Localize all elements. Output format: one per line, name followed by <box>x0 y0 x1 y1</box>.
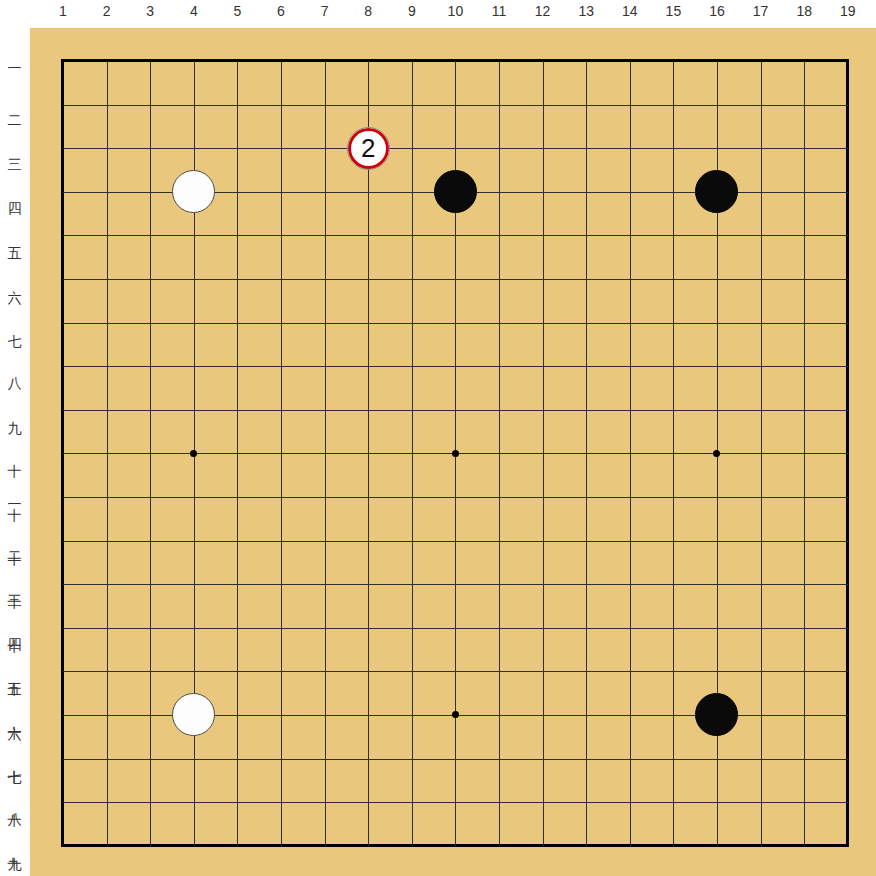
intersection-5-1[interactable] <box>216 39 260 83</box>
intersection-2-8[interactable] <box>85 344 129 388</box>
intersection-7-8[interactable] <box>303 344 347 388</box>
intersection-13-11[interactable] <box>564 475 608 519</box>
intersection-10-19[interactable] <box>434 824 478 868</box>
intersection-15-12[interactable] <box>652 519 696 563</box>
intersection-8-9[interactable] <box>346 388 390 432</box>
intersection-12-10[interactable] <box>521 432 565 476</box>
intersection-10-11[interactable] <box>434 475 478 519</box>
intersection-15-3[interactable] <box>652 126 696 170</box>
intersection-5-4[interactable] <box>216 170 260 214</box>
intersection-7-6[interactable] <box>303 257 347 301</box>
intersection-4-3[interactable] <box>172 126 216 170</box>
intersection-11-4[interactable] <box>477 170 521 214</box>
intersection-17-5[interactable] <box>739 214 783 258</box>
intersection-11-6[interactable] <box>477 257 521 301</box>
intersection-15-14[interactable] <box>652 606 696 650</box>
intersection-16-19[interactable] <box>695 824 739 868</box>
intersection-1-18[interactable] <box>41 780 85 824</box>
intersection-8-15[interactable] <box>346 650 390 694</box>
intersection-16-15[interactable] <box>695 650 739 694</box>
intersection-14-8[interactable] <box>608 344 652 388</box>
intersection-10-10[interactable] <box>434 432 478 476</box>
intersection-7-18[interactable] <box>303 780 347 824</box>
intersection-10-5[interactable] <box>434 214 478 258</box>
intersection-9-1[interactable] <box>390 39 434 83</box>
intersection-18-3[interactable] <box>782 126 826 170</box>
intersection-1-11[interactable] <box>41 475 85 519</box>
intersection-16-9[interactable] <box>695 388 739 432</box>
intersection-12-1[interactable] <box>521 39 565 83</box>
intersection-16-7[interactable] <box>695 301 739 345</box>
intersection-2-17[interactable] <box>85 737 129 781</box>
intersection-8-2[interactable] <box>346 83 390 127</box>
intersection-6-10[interactable] <box>259 432 303 476</box>
intersection-7-7[interactable] <box>303 301 347 345</box>
intersection-15-8[interactable] <box>652 344 696 388</box>
intersection-15-15[interactable] <box>652 650 696 694</box>
intersection-10-13[interactable] <box>434 562 478 606</box>
intersection-12-7[interactable] <box>521 301 565 345</box>
intersection-12-18[interactable] <box>521 780 565 824</box>
intersection-3-9[interactable] <box>128 388 172 432</box>
intersection-17-14[interactable] <box>739 606 783 650</box>
intersection-10-18[interactable] <box>434 780 478 824</box>
intersection-15-10[interactable] <box>652 432 696 476</box>
intersection-17-16[interactable] <box>739 693 783 737</box>
intersection-18-8[interactable] <box>782 344 826 388</box>
intersection-9-11[interactable] <box>390 475 434 519</box>
intersection-5-12[interactable] <box>216 519 260 563</box>
intersection-19-18[interactable] <box>826 780 870 824</box>
intersection-17-6[interactable] <box>739 257 783 301</box>
intersection-4-6[interactable] <box>172 257 216 301</box>
intersection-13-15[interactable] <box>564 650 608 694</box>
intersection-11-9[interactable] <box>477 388 521 432</box>
intersection-1-1[interactable] <box>41 39 85 83</box>
intersection-18-13[interactable] <box>782 562 826 606</box>
intersection-19-6[interactable] <box>826 257 870 301</box>
intersection-16-17[interactable] <box>695 737 739 781</box>
intersection-6-14[interactable] <box>259 606 303 650</box>
intersection-2-14[interactable] <box>85 606 129 650</box>
intersection-17-13[interactable] <box>739 562 783 606</box>
intersection-19-13[interactable] <box>826 562 870 606</box>
intersection-4-12[interactable] <box>172 519 216 563</box>
intersection-3-17[interactable] <box>128 737 172 781</box>
intersection-13-14[interactable] <box>564 606 608 650</box>
intersection-1-5[interactable] <box>41 214 85 258</box>
intersection-7-10[interactable] <box>303 432 347 476</box>
intersection-2-2[interactable] <box>85 83 129 127</box>
intersection-4-16[interactable] <box>172 693 216 737</box>
intersection-19-4[interactable] <box>826 170 870 214</box>
intersection-13-1[interactable] <box>564 39 608 83</box>
intersection-14-17[interactable] <box>608 737 652 781</box>
intersection-18-12[interactable] <box>782 519 826 563</box>
intersection-16-12[interactable] <box>695 519 739 563</box>
intersection-6-17[interactable] <box>259 737 303 781</box>
intersection-9-4[interactable] <box>390 170 434 214</box>
intersection-5-3[interactable] <box>216 126 260 170</box>
intersection-4-8[interactable] <box>172 344 216 388</box>
intersection-5-17[interactable] <box>216 737 260 781</box>
intersection-11-5[interactable] <box>477 214 521 258</box>
intersection-14-11[interactable] <box>608 475 652 519</box>
intersection-3-15[interactable] <box>128 650 172 694</box>
intersection-4-14[interactable] <box>172 606 216 650</box>
intersection-4-10[interactable] <box>172 432 216 476</box>
intersection-19-19[interactable] <box>826 824 870 868</box>
intersection-9-17[interactable] <box>390 737 434 781</box>
intersection-9-18[interactable] <box>390 780 434 824</box>
intersection-19-3[interactable] <box>826 126 870 170</box>
intersection-13-18[interactable] <box>564 780 608 824</box>
intersection-9-2[interactable] <box>390 83 434 127</box>
intersection-9-6[interactable] <box>390 257 434 301</box>
intersection-16-3[interactable] <box>695 126 739 170</box>
intersection-6-7[interactable] <box>259 301 303 345</box>
intersection-17-9[interactable] <box>739 388 783 432</box>
intersection-1-2[interactable] <box>41 83 85 127</box>
intersection-13-13[interactable] <box>564 562 608 606</box>
intersection-10-14[interactable] <box>434 606 478 650</box>
intersection-14-14[interactable] <box>608 606 652 650</box>
intersection-6-13[interactable] <box>259 562 303 606</box>
intersection-10-6[interactable] <box>434 257 478 301</box>
intersection-12-8[interactable] <box>521 344 565 388</box>
intersection-7-1[interactable] <box>303 39 347 83</box>
intersection-18-19[interactable] <box>782 824 826 868</box>
intersection-15-19[interactable] <box>652 824 696 868</box>
intersection-19-10[interactable] <box>826 432 870 476</box>
intersection-17-4[interactable] <box>739 170 783 214</box>
intersection-13-6[interactable] <box>564 257 608 301</box>
intersection-11-11[interactable] <box>477 475 521 519</box>
intersection-13-19[interactable] <box>564 824 608 868</box>
intersection-1-17[interactable] <box>41 737 85 781</box>
intersection-15-1[interactable] <box>652 39 696 83</box>
intersection-9-9[interactable] <box>390 388 434 432</box>
intersection-11-18[interactable] <box>477 780 521 824</box>
intersection-4-5[interactable] <box>172 214 216 258</box>
intersection-14-5[interactable] <box>608 214 652 258</box>
intersection-2-12[interactable] <box>85 519 129 563</box>
intersection-7-4[interactable] <box>303 170 347 214</box>
intersection-18-7[interactable] <box>782 301 826 345</box>
intersection-17-15[interactable] <box>739 650 783 694</box>
intersection-16-13[interactable] <box>695 562 739 606</box>
intersection-19-16[interactable] <box>826 693 870 737</box>
intersection-9-14[interactable] <box>390 606 434 650</box>
intersection-8-7[interactable] <box>346 301 390 345</box>
intersection-14-10[interactable] <box>608 432 652 476</box>
intersection-19-14[interactable] <box>826 606 870 650</box>
intersection-9-3[interactable] <box>390 126 434 170</box>
intersection-3-14[interactable] <box>128 606 172 650</box>
intersection-6-15[interactable] <box>259 650 303 694</box>
intersection-12-11[interactable] <box>521 475 565 519</box>
intersection-4-18[interactable] <box>172 780 216 824</box>
intersection-7-9[interactable] <box>303 388 347 432</box>
intersection-9-5[interactable] <box>390 214 434 258</box>
intersection-6-11[interactable] <box>259 475 303 519</box>
intersection-1-4[interactable] <box>41 170 85 214</box>
intersection-3-6[interactable] <box>128 257 172 301</box>
intersection-16-16[interactable] <box>695 693 739 737</box>
intersection-19-15[interactable] <box>826 650 870 694</box>
intersection-17-8[interactable] <box>739 344 783 388</box>
intersection-15-4[interactable] <box>652 170 696 214</box>
intersection-19-5[interactable] <box>826 214 870 258</box>
intersection-7-12[interactable] <box>303 519 347 563</box>
intersection-16-14[interactable] <box>695 606 739 650</box>
intersection-7-17[interactable] <box>303 737 347 781</box>
intersection-12-13[interactable] <box>521 562 565 606</box>
intersection-1-9[interactable] <box>41 388 85 432</box>
intersection-15-9[interactable] <box>652 388 696 432</box>
intersection-7-13[interactable] <box>303 562 347 606</box>
intersection-18-6[interactable] <box>782 257 826 301</box>
intersection-9-13[interactable] <box>390 562 434 606</box>
intersection-11-3[interactable] <box>477 126 521 170</box>
intersection-14-7[interactable] <box>608 301 652 345</box>
intersection-2-1[interactable] <box>85 39 129 83</box>
intersection-7-15[interactable] <box>303 650 347 694</box>
intersection-18-15[interactable] <box>782 650 826 694</box>
intersection-17-3[interactable] <box>739 126 783 170</box>
intersection-12-17[interactable] <box>521 737 565 781</box>
intersection-1-15[interactable] <box>41 650 85 694</box>
intersection-6-19[interactable] <box>259 824 303 868</box>
intersection-19-1[interactable] <box>826 39 870 83</box>
intersection-18-11[interactable] <box>782 475 826 519</box>
intersection-1-6[interactable] <box>41 257 85 301</box>
intersection-9-10[interactable] <box>390 432 434 476</box>
intersection-16-2[interactable] <box>695 83 739 127</box>
intersection-10-9[interactable] <box>434 388 478 432</box>
intersection-9-19[interactable] <box>390 824 434 868</box>
intersection-15-2[interactable] <box>652 83 696 127</box>
intersection-5-13[interactable] <box>216 562 260 606</box>
intersection-6-6[interactable] <box>259 257 303 301</box>
intersection-15-7[interactable] <box>652 301 696 345</box>
intersection-5-16[interactable] <box>216 693 260 737</box>
intersection-2-4[interactable] <box>85 170 129 214</box>
intersection-14-15[interactable] <box>608 650 652 694</box>
intersection-19-17[interactable] <box>826 737 870 781</box>
intersection-1-16[interactable] <box>41 693 85 737</box>
intersection-12-2[interactable] <box>521 83 565 127</box>
intersection-18-2[interactable] <box>782 83 826 127</box>
intersection-17-11[interactable] <box>739 475 783 519</box>
intersection-2-11[interactable] <box>85 475 129 519</box>
intersection-15-17[interactable] <box>652 737 696 781</box>
intersection-11-17[interactable] <box>477 737 521 781</box>
intersection-12-16[interactable] <box>521 693 565 737</box>
intersection-1-12[interactable] <box>41 519 85 563</box>
intersection-11-7[interactable] <box>477 301 521 345</box>
intersection-6-18[interactable] <box>259 780 303 824</box>
intersection-7-19[interactable] <box>303 824 347 868</box>
intersection-3-1[interactable] <box>128 39 172 83</box>
intersection-13-17[interactable] <box>564 737 608 781</box>
intersection-5-6[interactable] <box>216 257 260 301</box>
intersection-13-12[interactable] <box>564 519 608 563</box>
intersection-18-17[interactable] <box>782 737 826 781</box>
intersection-10-16[interactable] <box>434 693 478 737</box>
intersection-8-5[interactable] <box>346 214 390 258</box>
intersection-8-12[interactable] <box>346 519 390 563</box>
intersection-19-11[interactable] <box>826 475 870 519</box>
intersection-17-12[interactable] <box>739 519 783 563</box>
intersection-12-19[interactable] <box>521 824 565 868</box>
intersection-4-19[interactable] <box>172 824 216 868</box>
intersection-17-1[interactable] <box>739 39 783 83</box>
intersection-17-19[interactable] <box>739 824 783 868</box>
intersection-15-5[interactable] <box>652 214 696 258</box>
intersection-13-2[interactable] <box>564 83 608 127</box>
intersection-19-8[interactable] <box>826 344 870 388</box>
intersection-17-18[interactable] <box>739 780 783 824</box>
intersection-10-1[interactable] <box>434 39 478 83</box>
intersection-11-19[interactable] <box>477 824 521 868</box>
intersection-3-19[interactable] <box>128 824 172 868</box>
intersection-5-7[interactable] <box>216 301 260 345</box>
intersection-18-14[interactable] <box>782 606 826 650</box>
intersection-9-8[interactable] <box>390 344 434 388</box>
intersection-8-10[interactable] <box>346 432 390 476</box>
intersection-14-1[interactable] <box>608 39 652 83</box>
intersection-2-18[interactable] <box>85 780 129 824</box>
intersection-5-10[interactable] <box>216 432 260 476</box>
intersection-11-15[interactable] <box>477 650 521 694</box>
intersection-7-14[interactable] <box>303 606 347 650</box>
intersection-13-7[interactable] <box>564 301 608 345</box>
intersection-3-13[interactable] <box>128 562 172 606</box>
intersection-18-18[interactable] <box>782 780 826 824</box>
intersection-7-2[interactable] <box>303 83 347 127</box>
intersection-3-3[interactable] <box>128 126 172 170</box>
intersection-2-7[interactable] <box>85 301 129 345</box>
intersection-8-17[interactable] <box>346 737 390 781</box>
intersection-5-5[interactable] <box>216 214 260 258</box>
intersection-6-16[interactable] <box>259 693 303 737</box>
intersection-15-18[interactable] <box>652 780 696 824</box>
intersection-2-10[interactable] <box>85 432 129 476</box>
intersection-10-15[interactable] <box>434 650 478 694</box>
intersection-5-15[interactable] <box>216 650 260 694</box>
intersection-5-14[interactable] <box>216 606 260 650</box>
intersection-10-2[interactable] <box>434 83 478 127</box>
intersection-8-18[interactable] <box>346 780 390 824</box>
intersection-8-8[interactable] <box>346 344 390 388</box>
intersection-4-17[interactable] <box>172 737 216 781</box>
intersection-3-12[interactable] <box>128 519 172 563</box>
intersection-3-5[interactable] <box>128 214 172 258</box>
intersection-6-12[interactable] <box>259 519 303 563</box>
intersection-14-13[interactable] <box>608 562 652 606</box>
intersection-19-2[interactable] <box>826 83 870 127</box>
intersection-6-1[interactable] <box>259 39 303 83</box>
intersection-7-11[interactable] <box>303 475 347 519</box>
intersection-16-11[interactable] <box>695 475 739 519</box>
intersection-2-19[interactable] <box>85 824 129 868</box>
intersection-14-12[interactable] <box>608 519 652 563</box>
intersection-15-6[interactable] <box>652 257 696 301</box>
intersection-19-9[interactable] <box>826 388 870 432</box>
intersection-12-12[interactable] <box>521 519 565 563</box>
intersection-6-2[interactable] <box>259 83 303 127</box>
intersection-16-8[interactable] <box>695 344 739 388</box>
intersection-4-1[interactable] <box>172 39 216 83</box>
intersection-11-1[interactable] <box>477 39 521 83</box>
intersection-15-13[interactable] <box>652 562 696 606</box>
intersection-16-6[interactable] <box>695 257 739 301</box>
intersection-6-4[interactable] <box>259 170 303 214</box>
intersection-8-13[interactable] <box>346 562 390 606</box>
intersection-4-9[interactable] <box>172 388 216 432</box>
intersection-17-7[interactable] <box>739 301 783 345</box>
intersection-11-2[interactable] <box>477 83 521 127</box>
intersection-12-6[interactable] <box>521 257 565 301</box>
intersection-14-16[interactable] <box>608 693 652 737</box>
intersection-11-8[interactable] <box>477 344 521 388</box>
intersection-19-7[interactable] <box>826 301 870 345</box>
intersection-10-17[interactable] <box>434 737 478 781</box>
intersection-3-11[interactable] <box>128 475 172 519</box>
board-grid[interactable]: 2 <box>41 39 869 867</box>
intersection-1-7[interactable] <box>41 301 85 345</box>
intersection-2-15[interactable] <box>85 650 129 694</box>
intersection-18-9[interactable] <box>782 388 826 432</box>
intersection-10-12[interactable] <box>434 519 478 563</box>
intersection-5-2[interactable] <box>216 83 260 127</box>
intersection-4-2[interactable] <box>172 83 216 127</box>
intersection-17-10[interactable] <box>739 432 783 476</box>
intersection-18-1[interactable] <box>782 39 826 83</box>
intersection-15-11[interactable] <box>652 475 696 519</box>
intersection-2-6[interactable] <box>85 257 129 301</box>
intersection-14-9[interactable] <box>608 388 652 432</box>
intersection-12-3[interactable] <box>521 126 565 170</box>
intersection-1-14[interactable] <box>41 606 85 650</box>
intersection-11-13[interactable] <box>477 562 521 606</box>
intersection-12-15[interactable] <box>521 650 565 694</box>
intersection-8-3[interactable]: 2 <box>346 126 390 170</box>
intersection-16-4[interactable] <box>695 170 739 214</box>
intersection-9-15[interactable] <box>390 650 434 694</box>
intersection-3-18[interactable] <box>128 780 172 824</box>
intersection-15-16[interactable] <box>652 693 696 737</box>
intersection-13-9[interactable] <box>564 388 608 432</box>
intersection-8-19[interactable] <box>346 824 390 868</box>
intersection-8-4[interactable] <box>346 170 390 214</box>
intersection-16-1[interactable] <box>695 39 739 83</box>
intersection-11-12[interactable] <box>477 519 521 563</box>
intersection-3-4[interactable] <box>128 170 172 214</box>
intersection-14-3[interactable] <box>608 126 652 170</box>
intersection-5-11[interactable] <box>216 475 260 519</box>
intersection-1-3[interactable] <box>41 126 85 170</box>
intersection-8-16[interactable] <box>346 693 390 737</box>
intersection-6-3[interactable] <box>259 126 303 170</box>
intersection-16-5[interactable] <box>695 214 739 258</box>
intersection-6-5[interactable] <box>259 214 303 258</box>
intersection-12-14[interactable] <box>521 606 565 650</box>
intersection-14-4[interactable] <box>608 170 652 214</box>
intersection-11-10[interactable] <box>477 432 521 476</box>
intersection-5-8[interactable] <box>216 344 260 388</box>
